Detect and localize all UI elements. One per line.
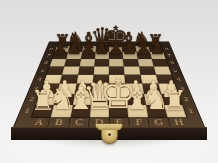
square-e4 — [109, 75, 125, 84]
square-f2 — [126, 94, 145, 105]
square-c3 — [74, 84, 92, 94]
board-grid — [31, 46, 186, 118]
square-e1 — [109, 105, 128, 118]
square-e7 — [109, 52, 123, 59]
square-d3 — [92, 84, 109, 94]
rank-label-5: 5 — [168, 66, 182, 74]
chess-board: ABCDEFGH 87654321 87654321 — [14, 42, 204, 127]
brass-clasp — [94, 124, 124, 144]
square-b2 — [54, 94, 74, 105]
square-f3 — [125, 84, 143, 94]
file-label-h: H — [167, 117, 190, 127]
square-d1 — [90, 105, 109, 118]
square-c2 — [72, 94, 91, 105]
square-f4 — [125, 75, 142, 84]
square-b6 — [64, 59, 80, 66]
rank-label-6: 6 — [166, 59, 179, 66]
square-f6 — [123, 59, 139, 66]
square-c4 — [76, 75, 93, 84]
square-d7 — [95, 52, 109, 59]
square-d5 — [93, 66, 109, 74]
square-f1 — [127, 105, 148, 118]
square-b4 — [60, 75, 78, 84]
file-label-g: G — [148, 117, 170, 127]
square-b7 — [66, 52, 81, 59]
square-e6 — [109, 59, 124, 66]
square-e3 — [109, 84, 126, 94]
chess-set-photo: ABCDEFGH 87654321 87654321 ♜♞♝♛♚♝♞♜♟♟♟♟♟… — [0, 0, 218, 163]
square-f5 — [124, 66, 140, 74]
square-d4 — [93, 75, 109, 84]
square-c7 — [81, 52, 96, 59]
square-b5 — [62, 66, 79, 74]
square-d6 — [94, 59, 109, 66]
rank-label-4: 4 — [171, 75, 186, 84]
square-b3 — [57, 84, 76, 94]
file-label-f: F — [128, 117, 149, 127]
square-c1 — [70, 105, 91, 118]
square-c5 — [78, 66, 94, 74]
square-b1 — [51, 105, 73, 118]
square-e5 — [109, 66, 125, 74]
rank-label-2: 2 — [178, 94, 195, 105]
rank-label-7: 7 — [163, 52, 175, 59]
square-d2 — [91, 94, 109, 105]
square-c6 — [79, 59, 95, 66]
file-label-b: B — [47, 117, 69, 127]
rank-label-3: 3 — [175, 84, 191, 94]
square-f7 — [123, 52, 138, 59]
clasp-shell-ornament — [101, 127, 118, 144]
file-label-c: C — [68, 117, 89, 127]
square-e2 — [109, 94, 127, 105]
